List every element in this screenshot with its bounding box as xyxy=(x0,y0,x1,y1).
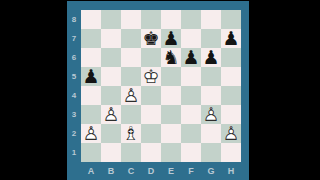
square-h8 xyxy=(221,10,241,29)
square-b6 xyxy=(101,48,121,67)
file-label-b: B xyxy=(101,162,121,180)
square-f3 xyxy=(181,105,201,124)
square-c8 xyxy=(121,10,141,29)
square-c3 xyxy=(121,105,141,124)
square-d8 xyxy=(141,10,161,29)
square-f7 xyxy=(181,29,201,48)
square-c4: ♟♙ xyxy=(121,86,141,105)
square-a7 xyxy=(81,29,101,48)
square-a2: ♟♙ xyxy=(81,124,101,143)
square-b5 xyxy=(101,67,121,86)
square-h3 xyxy=(221,105,241,124)
square-d2 xyxy=(141,124,161,143)
square-e4 xyxy=(161,86,181,105)
rank-labels: 87654321 xyxy=(67,10,81,162)
rank-label-8: 8 xyxy=(67,10,81,29)
rank-label-3: 3 xyxy=(67,105,81,124)
square-g7 xyxy=(201,29,221,48)
rank-label-7: 7 xyxy=(67,29,81,48)
rank-label-1: 1 xyxy=(67,143,81,162)
square-d4 xyxy=(141,86,161,105)
file-label-f: F xyxy=(181,162,201,180)
square-d3 xyxy=(141,105,161,124)
rank-label-2: 2 xyxy=(67,124,81,143)
square-g1 xyxy=(201,143,221,162)
square-f1 xyxy=(181,143,201,162)
square-a6 xyxy=(81,48,101,67)
black-pawn: ♟ xyxy=(82,67,99,86)
chess-board: 87654321 ♚♟♟♞♟♟♟♚♔♟♙♟♙♟♙♟♙♝♗♟♙ ABCDEFGH xyxy=(67,1,249,180)
square-h1 xyxy=(221,143,241,162)
square-c7 xyxy=(121,29,141,48)
square-h7: ♟ xyxy=(221,29,241,48)
white-bishop: ♝♗ xyxy=(122,124,139,143)
square-g8 xyxy=(201,10,221,29)
square-e8 xyxy=(161,10,181,29)
square-b8 xyxy=(101,10,121,29)
square-b4 xyxy=(101,86,121,105)
file-label-d: D xyxy=(141,162,161,180)
rank-label-4: 4 xyxy=(67,86,81,105)
square-f6: ♟ xyxy=(181,48,201,67)
file-label-e: E xyxy=(161,162,181,180)
square-d1 xyxy=(141,143,161,162)
white-pawn: ♟♙ xyxy=(102,105,119,124)
square-f8 xyxy=(181,10,201,29)
square-d6 xyxy=(141,48,161,67)
square-e6: ♞ xyxy=(161,48,181,67)
square-f5 xyxy=(181,67,201,86)
white-pawn: ♟♙ xyxy=(82,124,99,143)
square-a8 xyxy=(81,10,101,29)
black-pawn: ♟ xyxy=(162,29,179,48)
black-king: ♚ xyxy=(142,29,159,48)
square-d7: ♚ xyxy=(141,29,161,48)
rank-label-5: 5 xyxy=(67,67,81,86)
square-b3: ♟♙ xyxy=(101,105,121,124)
file-labels: ABCDEFGH xyxy=(81,162,241,180)
black-knight: ♞ xyxy=(162,48,179,67)
square-f2 xyxy=(181,124,201,143)
square-a5: ♟ xyxy=(81,67,101,86)
square-a1 xyxy=(81,143,101,162)
square-g6: ♟ xyxy=(201,48,221,67)
square-g4 xyxy=(201,86,221,105)
square-e3 xyxy=(161,105,181,124)
square-b7 xyxy=(101,29,121,48)
square-c6 xyxy=(121,48,141,67)
white-king: ♚♔ xyxy=(142,67,159,86)
white-pawn: ♟♙ xyxy=(222,124,239,143)
rank-label-6: 6 xyxy=(67,48,81,67)
square-f4 xyxy=(181,86,201,105)
square-g3: ♟♙ xyxy=(201,105,221,124)
square-e2 xyxy=(161,124,181,143)
square-d5: ♚♔ xyxy=(141,67,161,86)
square-e5 xyxy=(161,67,181,86)
square-c2: ♝♗ xyxy=(121,124,141,143)
white-pawn: ♟♙ xyxy=(202,105,219,124)
file-label-g: G xyxy=(201,162,221,180)
file-label-a: A xyxy=(81,162,101,180)
square-h6 xyxy=(221,48,241,67)
white-pawn: ♟♙ xyxy=(122,86,139,105)
black-pawn: ♟ xyxy=(222,29,239,48)
square-a4 xyxy=(81,86,101,105)
square-a3 xyxy=(81,105,101,124)
square-c1 xyxy=(121,143,141,162)
square-c5 xyxy=(121,67,141,86)
square-e7: ♟ xyxy=(161,29,181,48)
square-b2 xyxy=(101,124,121,143)
square-b1 xyxy=(101,143,121,162)
square-e1 xyxy=(161,143,181,162)
black-pawn: ♟ xyxy=(202,48,219,67)
square-g5 xyxy=(201,67,221,86)
file-label-c: C xyxy=(121,162,141,180)
black-pawn: ♟ xyxy=(182,48,199,67)
square-g2 xyxy=(201,124,221,143)
square-h5 xyxy=(221,67,241,86)
square-h2: ♟♙ xyxy=(221,124,241,143)
file-label-h: H xyxy=(221,162,241,180)
board-grid: ♚♟♟♞♟♟♟♚♔♟♙♟♙♟♙♟♙♝♗♟♙ xyxy=(81,10,241,162)
square-h4 xyxy=(221,86,241,105)
